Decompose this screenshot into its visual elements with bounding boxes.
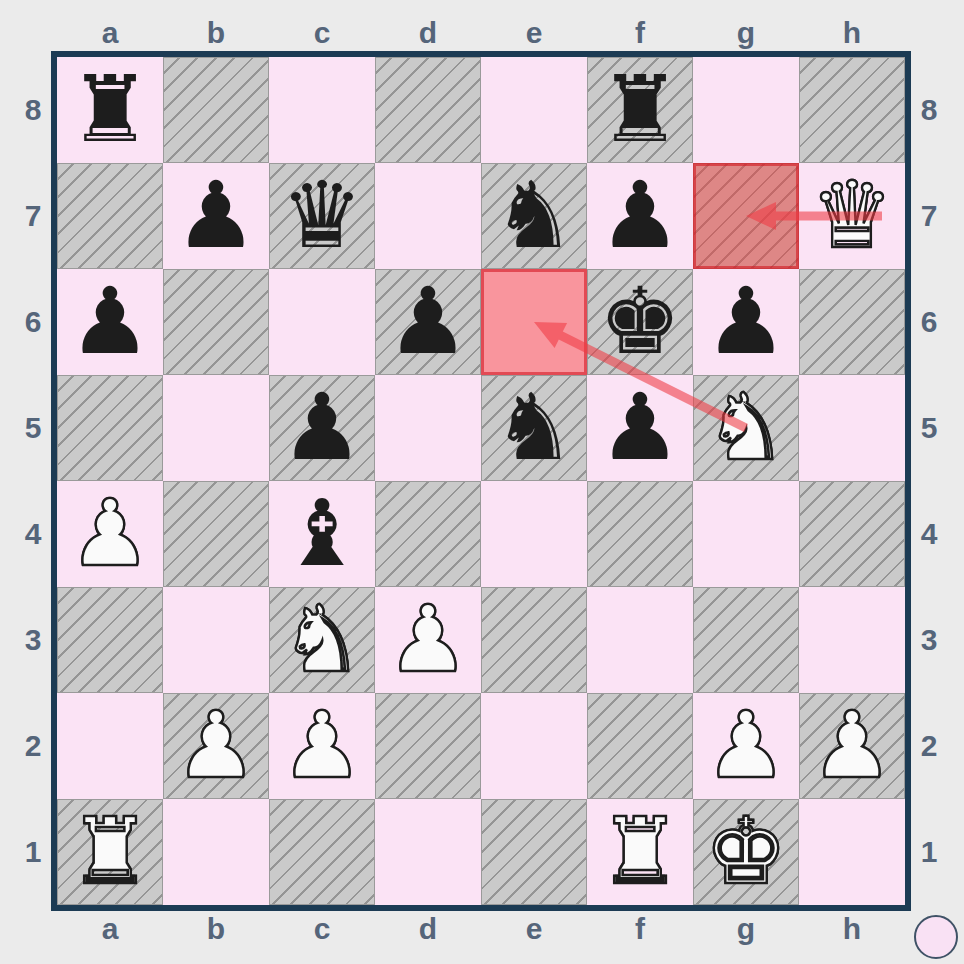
square-e4[interactable] bbox=[481, 481, 587, 587]
black-pawn[interactable]: ♟ bbox=[587, 375, 693, 481]
square-a8[interactable]: ♜ bbox=[57, 57, 163, 163]
square-g1[interactable]: ♚ bbox=[693, 799, 799, 905]
square-c1[interactable] bbox=[269, 799, 375, 905]
rank-label-6: 6 bbox=[908, 269, 950, 375]
square-f3[interactable] bbox=[587, 587, 693, 693]
file-label-d: d bbox=[375, 12, 481, 54]
rank-label-8: 8 bbox=[12, 57, 54, 163]
square-h4[interactable] bbox=[799, 481, 905, 587]
white-rook[interactable]: ♜ bbox=[57, 799, 163, 905]
file-labels-top: abcdefgh bbox=[57, 12, 905, 54]
file-label-b: b bbox=[163, 908, 269, 950]
highlight-e6 bbox=[481, 269, 587, 375]
file-label-h: h bbox=[799, 908, 905, 950]
square-c3[interactable]: ♞ bbox=[269, 587, 375, 693]
square-b5[interactable] bbox=[163, 375, 269, 481]
file-label-f: f bbox=[587, 908, 693, 950]
square-b2[interactable]: ♟ bbox=[163, 693, 269, 799]
square-c6[interactable] bbox=[269, 269, 375, 375]
file-label-f: f bbox=[587, 12, 693, 54]
white-queen[interactable]: ♛ bbox=[799, 163, 905, 269]
white-pawn[interactable]: ♟ bbox=[163, 693, 269, 799]
square-f1[interactable]: ♜ bbox=[587, 799, 693, 905]
file-label-a: a bbox=[57, 12, 163, 54]
white-pawn[interactable]: ♟ bbox=[799, 693, 905, 799]
square-a1[interactable]: ♜ bbox=[57, 799, 163, 905]
square-d8[interactable] bbox=[375, 57, 481, 163]
square-e2[interactable] bbox=[481, 693, 587, 799]
white-knight[interactable]: ♞ bbox=[693, 375, 799, 481]
chess-diagram: abcdefgh 87654321 ♜♜♟♛♞♟♛♟♟♚♟♟♞♟♞♟♝♞♟♟♟♟… bbox=[0, 0, 964, 964]
square-b8[interactable] bbox=[163, 57, 269, 163]
square-a4[interactable]: ♟ bbox=[57, 481, 163, 587]
square-a5[interactable] bbox=[57, 375, 163, 481]
rank-label-5: 5 bbox=[908, 375, 950, 481]
black-king[interactable]: ♚ bbox=[587, 269, 693, 375]
file-labels-bottom: abcdefgh bbox=[57, 908, 905, 950]
file-label-a: a bbox=[57, 908, 163, 950]
square-d7[interactable] bbox=[375, 163, 481, 269]
turn-indicator-white bbox=[914, 915, 958, 959]
black-rook[interactable]: ♜ bbox=[587, 57, 693, 163]
rank-label-4: 4 bbox=[12, 481, 54, 587]
highlight-g7 bbox=[693, 163, 799, 269]
square-d1[interactable] bbox=[375, 799, 481, 905]
square-d5[interactable] bbox=[375, 375, 481, 481]
square-a3[interactable] bbox=[57, 587, 163, 693]
square-g4[interactable] bbox=[693, 481, 799, 587]
rank-label-1: 1 bbox=[908, 799, 950, 905]
white-pawn[interactable]: ♟ bbox=[269, 693, 375, 799]
black-bishop[interactable]: ♝ bbox=[269, 481, 375, 587]
square-h7[interactable]: ♛ bbox=[799, 163, 905, 269]
file-label-d: d bbox=[375, 908, 481, 950]
rank-label-6: 6 bbox=[12, 269, 54, 375]
square-b6[interactable] bbox=[163, 269, 269, 375]
black-pawn[interactable]: ♟ bbox=[57, 269, 163, 375]
square-c4[interactable]: ♝ bbox=[269, 481, 375, 587]
black-knight[interactable]: ♞ bbox=[481, 375, 587, 481]
file-label-c: c bbox=[269, 12, 375, 54]
square-f4[interactable] bbox=[587, 481, 693, 587]
square-f2[interactable] bbox=[587, 693, 693, 799]
square-g8[interactable] bbox=[693, 57, 799, 163]
square-d4[interactable] bbox=[375, 481, 481, 587]
rank-label-7: 7 bbox=[12, 163, 54, 269]
rank-label-2: 2 bbox=[12, 693, 54, 799]
black-queen[interactable]: ♛ bbox=[269, 163, 375, 269]
square-h1[interactable] bbox=[799, 799, 905, 905]
rank-label-2: 2 bbox=[908, 693, 950, 799]
square-f7[interactable]: ♟ bbox=[587, 163, 693, 269]
square-h3[interactable] bbox=[799, 587, 905, 693]
square-b7[interactable]: ♟ bbox=[163, 163, 269, 269]
black-knight[interactable]: ♞ bbox=[481, 163, 587, 269]
file-label-c: c bbox=[269, 908, 375, 950]
square-h8[interactable] bbox=[799, 57, 905, 163]
square-h2[interactable]: ♟ bbox=[799, 693, 905, 799]
rank-label-1: 1 bbox=[12, 799, 54, 905]
file-label-e: e bbox=[481, 908, 587, 950]
board-grid: ♜♜♟♛♞♟♛♟♟♚♟♟♞♟♞♟♝♞♟♟♟♟♟♜♜♚ bbox=[57, 57, 905, 905]
square-a6[interactable]: ♟ bbox=[57, 269, 163, 375]
square-f6[interactable]: ♚ bbox=[587, 269, 693, 375]
square-b4[interactable] bbox=[163, 481, 269, 587]
rank-label-4: 4 bbox=[908, 481, 950, 587]
square-g5[interactable]: ♞ bbox=[693, 375, 799, 481]
rank-label-8: 8 bbox=[908, 57, 950, 163]
square-e8[interactable] bbox=[481, 57, 587, 163]
black-pawn[interactable]: ♟ bbox=[693, 269, 799, 375]
file-label-h: h bbox=[799, 12, 905, 54]
white-knight[interactable]: ♞ bbox=[269, 587, 375, 693]
square-e6[interactable] bbox=[481, 269, 587, 375]
square-e5[interactable]: ♞ bbox=[481, 375, 587, 481]
black-pawn[interactable]: ♟ bbox=[163, 163, 269, 269]
square-g6[interactable]: ♟ bbox=[693, 269, 799, 375]
white-pawn[interactable]: ♟ bbox=[57, 481, 163, 587]
square-h5[interactable] bbox=[799, 375, 905, 481]
rank-label-3: 3 bbox=[12, 587, 54, 693]
square-a2[interactable] bbox=[57, 693, 163, 799]
black-pawn[interactable]: ♟ bbox=[269, 375, 375, 481]
square-h6[interactable] bbox=[799, 269, 905, 375]
rank-label-7: 7 bbox=[908, 163, 950, 269]
square-e7[interactable]: ♞ bbox=[481, 163, 587, 269]
black-rook[interactable]: ♜ bbox=[57, 57, 163, 163]
square-e3[interactable] bbox=[481, 587, 587, 693]
square-b3[interactable] bbox=[163, 587, 269, 693]
square-f5[interactable]: ♟ bbox=[587, 375, 693, 481]
square-c8[interactable] bbox=[269, 57, 375, 163]
square-b1[interactable] bbox=[163, 799, 269, 905]
black-pawn[interactable]: ♟ bbox=[587, 163, 693, 269]
square-d2[interactable] bbox=[375, 693, 481, 799]
white-king[interactable]: ♚ bbox=[693, 799, 799, 905]
file-label-g: g bbox=[693, 12, 799, 54]
square-c2[interactable]: ♟ bbox=[269, 693, 375, 799]
rank-labels-left: 87654321 bbox=[12, 57, 54, 905]
square-c5[interactable]: ♟ bbox=[269, 375, 375, 481]
square-g3[interactable] bbox=[693, 587, 799, 693]
square-e1[interactable] bbox=[481, 799, 587, 905]
white-pawn[interactable]: ♟ bbox=[375, 587, 481, 693]
file-label-b: b bbox=[163, 12, 269, 54]
rank-label-3: 3 bbox=[908, 587, 950, 693]
square-d6[interactable]: ♟ bbox=[375, 269, 481, 375]
square-g7[interactable] bbox=[693, 163, 799, 269]
square-f8[interactable]: ♜ bbox=[587, 57, 693, 163]
white-rook[interactable]: ♜ bbox=[587, 799, 693, 905]
file-label-g: g bbox=[693, 908, 799, 950]
file-label-e: e bbox=[481, 12, 587, 54]
rank-labels-right: 87654321 bbox=[908, 57, 950, 905]
rank-label-5: 5 bbox=[12, 375, 54, 481]
black-pawn[interactable]: ♟ bbox=[375, 269, 481, 375]
square-a7[interactable] bbox=[57, 163, 163, 269]
white-pawn[interactable]: ♟ bbox=[693, 693, 799, 799]
board-frame: ♜♜♟♛♞♟♛♟♟♚♟♟♞♟♞♟♝♞♟♟♟♟♟♜♜♚ bbox=[51, 51, 911, 911]
square-d3[interactable]: ♟ bbox=[375, 587, 481, 693]
square-c7[interactable]: ♛ bbox=[269, 163, 375, 269]
square-g2[interactable]: ♟ bbox=[693, 693, 799, 799]
